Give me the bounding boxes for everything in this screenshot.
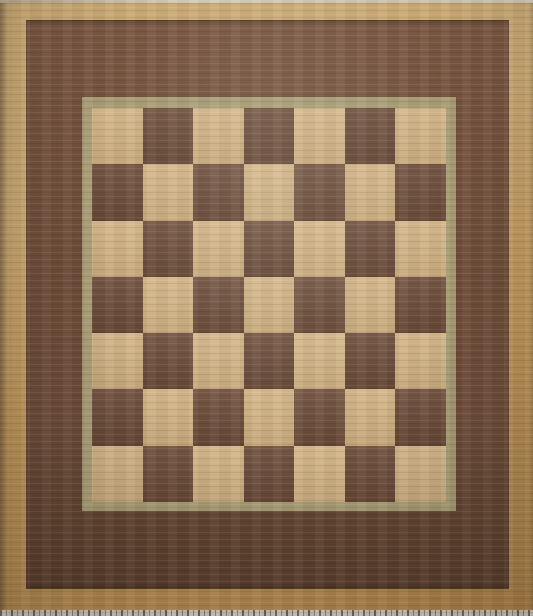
board-cell-r5c6-brown xyxy=(345,333,396,389)
board-cell-r5c1-tan xyxy=(92,333,143,389)
board-cell-r1c1-tan xyxy=(92,108,143,164)
rug-outer-border xyxy=(0,0,533,616)
board-cell-r6c6-tan xyxy=(345,389,396,445)
board-cell-r2c3-brown xyxy=(193,164,244,220)
board-cell-r7c4-brown xyxy=(244,446,295,502)
board-cell-r6c2-tan xyxy=(143,389,194,445)
board-cell-r7c7-tan xyxy=(395,446,446,502)
board-cell-r5c5-tan xyxy=(294,333,345,389)
board-cell-r2c7-brown xyxy=(395,164,446,220)
board-cell-r3c1-tan xyxy=(92,221,143,277)
board-cell-r3c7-tan xyxy=(395,221,446,277)
board-cell-r2c1-brown xyxy=(92,164,143,220)
board-grid xyxy=(92,108,446,502)
board-cell-r7c5-tan xyxy=(294,446,345,502)
board-cell-r1c3-tan xyxy=(193,108,244,164)
board-cell-r7c3-tan xyxy=(193,446,244,502)
board-cell-r4c5-brown xyxy=(294,277,345,333)
board-cell-r1c4-brown xyxy=(244,108,295,164)
board-cell-r2c2-tan xyxy=(143,164,194,220)
board-cell-r3c3-tan xyxy=(193,221,244,277)
board-cell-r4c3-brown xyxy=(193,277,244,333)
board-cell-r6c7-brown xyxy=(395,389,446,445)
board-cell-r7c1-tan xyxy=(92,446,143,502)
board-cell-r6c1-brown xyxy=(92,389,143,445)
board-cell-r4c4-tan xyxy=(244,277,295,333)
board-cell-r3c5-tan xyxy=(294,221,345,277)
board-cell-r4c7-brown xyxy=(395,277,446,333)
rug-bottom-fringe xyxy=(0,610,533,616)
board-cell-r5c3-tan xyxy=(193,333,244,389)
board-cell-r1c7-tan xyxy=(395,108,446,164)
board-cell-r6c4-tan xyxy=(244,389,295,445)
board-cell-r4c6-tan xyxy=(345,277,396,333)
board-cell-r3c4-brown xyxy=(244,221,295,277)
rug-photo xyxy=(0,0,533,616)
board-cell-r2c4-tan xyxy=(244,164,295,220)
board-cell-r5c7-tan xyxy=(395,333,446,389)
checkerboard-frame xyxy=(82,97,456,511)
board-cell-r6c5-brown xyxy=(294,389,345,445)
board-cell-r7c6-brown xyxy=(345,446,396,502)
board-cell-r4c1-brown xyxy=(92,277,143,333)
board-cell-r6c3-brown xyxy=(193,389,244,445)
board-cell-r2c5-brown xyxy=(294,164,345,220)
board-cell-r5c2-brown xyxy=(143,333,194,389)
board-cell-r1c6-brown xyxy=(345,108,396,164)
board-cell-r1c5-tan xyxy=(294,108,345,164)
board-cell-r3c2-brown xyxy=(143,221,194,277)
board-cell-r1c2-brown xyxy=(143,108,194,164)
board-cell-r7c2-brown xyxy=(143,446,194,502)
rug-top-selvedge xyxy=(0,0,533,3)
board-cell-r5c4-brown xyxy=(244,333,295,389)
board-cell-r2c6-tan xyxy=(345,164,396,220)
board-cell-r3c6-brown xyxy=(345,221,396,277)
board-cell-r4c2-tan xyxy=(143,277,194,333)
